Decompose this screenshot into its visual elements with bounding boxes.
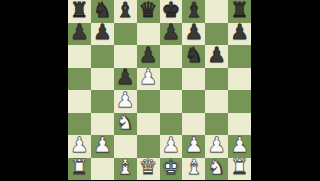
square-a8[interactable]: ♜ [68, 0, 91, 23]
piece-white-queen-d1[interactable]: ♛ [139, 158, 158, 179]
square-d5[interactable]: ♟ [137, 68, 160, 91]
square-b4[interactable] [91, 90, 114, 113]
square-a7[interactable]: ♟ [68, 23, 91, 46]
square-d7[interactable] [137, 23, 160, 46]
piece-white-king-e1[interactable]: ♚ [162, 158, 181, 179]
square-g5[interactable] [205, 68, 228, 91]
piece-black-pawn-h7[interactable]: ♟ [230, 23, 249, 44]
piece-white-pawn-c4[interactable]: ♟ [116, 90, 135, 111]
square-f1[interactable]: ♝ [182, 158, 205, 181]
square-e7[interactable]: ♟ [160, 23, 183, 46]
square-e5[interactable] [160, 68, 183, 91]
square-f5[interactable] [182, 68, 205, 91]
square-g1[interactable]: ♞ [205, 158, 228, 181]
square-h5[interactable] [228, 68, 251, 91]
piece-black-pawn-c5[interactable]: ♟ [116, 68, 135, 89]
square-g2[interactable]: ♟ [205, 135, 228, 158]
letterbox-left-bar [0, 0, 68, 180]
square-h2[interactable]: ♟ [228, 135, 251, 158]
piece-black-queen-d8[interactable]: ♛ [139, 0, 158, 21]
square-c6[interactable] [114, 45, 137, 68]
square-h8[interactable]: ♜ [228, 0, 251, 23]
piece-black-pawn-g6[interactable]: ♟ [207, 45, 226, 66]
square-a5[interactable] [68, 68, 91, 91]
piece-white-pawn-d5[interactable]: ♟ [139, 68, 158, 89]
piece-white-pawn-g2[interactable]: ♟ [207, 135, 226, 156]
square-b5[interactable] [91, 68, 114, 91]
piece-white-bishop-f1[interactable]: ♝ [184, 158, 203, 179]
square-a1[interactable]: ♜ [68, 158, 91, 181]
square-f4[interactable] [182, 90, 205, 113]
square-a3[interactable] [68, 113, 91, 136]
square-d3[interactable] [137, 113, 160, 136]
piece-white-pawn-b2[interactable]: ♟ [93, 135, 112, 156]
square-h1[interactable]: ♜ [228, 158, 251, 181]
square-c1[interactable]: ♝ [114, 158, 137, 181]
square-a4[interactable] [68, 90, 91, 113]
square-b7[interactable]: ♟ [91, 23, 114, 46]
piece-black-rook-h8[interactable]: ♜ [230, 0, 249, 21]
square-a2[interactable]: ♟ [68, 135, 91, 158]
square-b2[interactable]: ♟ [91, 135, 114, 158]
square-d4[interactable] [137, 90, 160, 113]
square-c4[interactable]: ♟ [114, 90, 137, 113]
square-g6[interactable]: ♟ [205, 45, 228, 68]
piece-black-bishop-f8[interactable]: ♝ [184, 0, 203, 21]
square-f3[interactable] [182, 113, 205, 136]
square-e2[interactable]: ♟ [160, 135, 183, 158]
piece-black-bishop-c8[interactable]: ♝ [116, 0, 135, 21]
square-e8[interactable]: ♚ [160, 0, 183, 23]
square-c5[interactable]: ♟ [114, 68, 137, 91]
square-a6[interactable] [68, 45, 91, 68]
square-g7[interactable] [205, 23, 228, 46]
square-g8[interactable] [205, 0, 228, 23]
square-c7[interactable] [114, 23, 137, 46]
square-b8[interactable]: ♞ [91, 0, 114, 23]
piece-black-pawn-a7[interactable]: ♟ [70, 23, 89, 44]
square-f7[interactable]: ♟ [182, 23, 205, 46]
square-f6[interactable]: ♞ [182, 45, 205, 68]
square-h4[interactable] [228, 90, 251, 113]
square-e1[interactable]: ♚ [160, 158, 183, 181]
piece-white-pawn-h2[interactable]: ♟ [230, 135, 249, 156]
piece-black-knight-b8[interactable]: ♞ [93, 0, 112, 21]
square-f8[interactable]: ♝ [182, 0, 205, 23]
piece-white-pawn-e2[interactable]: ♟ [162, 135, 181, 156]
square-b1[interactable] [91, 158, 114, 181]
square-f2[interactable]: ♟ [182, 135, 205, 158]
piece-white-knight-c3[interactable]: ♞ [116, 113, 135, 134]
piece-black-rook-a8[interactable]: ♜ [70, 0, 89, 21]
square-c3[interactable]: ♞ [114, 113, 137, 136]
piece-white-pawn-a2[interactable]: ♟ [70, 135, 89, 156]
square-d2[interactable] [137, 135, 160, 158]
square-h7[interactable]: ♟ [228, 23, 251, 46]
square-d1[interactable]: ♛ [137, 158, 160, 181]
square-h3[interactable] [228, 113, 251, 136]
piece-white-knight-g1[interactable]: ♞ [207, 158, 226, 179]
square-e6[interactable] [160, 45, 183, 68]
letterbox-right-bar [251, 0, 320, 180]
square-d6[interactable]: ♟ [137, 45, 160, 68]
square-b3[interactable] [91, 113, 114, 136]
piece-white-pawn-f2[interactable]: ♟ [184, 135, 203, 156]
piece-black-king-e8[interactable]: ♚ [162, 0, 181, 21]
square-b6[interactable] [91, 45, 114, 68]
square-c2[interactable] [114, 135, 137, 158]
square-h6[interactable] [228, 45, 251, 68]
square-d8[interactable]: ♛ [137, 0, 160, 23]
piece-white-bishop-c1[interactable]: ♝ [116, 158, 135, 179]
piece-black-pawn-f7[interactable]: ♟ [184, 23, 203, 44]
piece-white-rook-a1[interactable]: ♜ [70, 158, 89, 179]
video-frame: ♜♞♝♛♚♝♜♟♟♟♟♟♟♞♟♟♟♟♞♟♟♟♟♟♟♜♝♛♚♝♞♜ [0, 0, 320, 180]
piece-white-rook-h1[interactable]: ♜ [230, 158, 249, 179]
piece-black-knight-f6[interactable]: ♞ [184, 45, 203, 66]
piece-black-pawn-e7[interactable]: ♟ [162, 23, 181, 44]
piece-black-pawn-b7[interactable]: ♟ [93, 23, 112, 44]
chess-board[interactable]: ♜♞♝♛♚♝♜♟♟♟♟♟♟♞♟♟♟♟♞♟♟♟♟♟♟♜♝♛♚♝♞♜ [68, 0, 251, 180]
square-g3[interactable] [205, 113, 228, 136]
square-e4[interactable] [160, 90, 183, 113]
square-c8[interactable]: ♝ [114, 0, 137, 23]
square-e3[interactable] [160, 113, 183, 136]
piece-black-pawn-d6[interactable]: ♟ [139, 45, 158, 66]
square-g4[interactable] [205, 90, 228, 113]
